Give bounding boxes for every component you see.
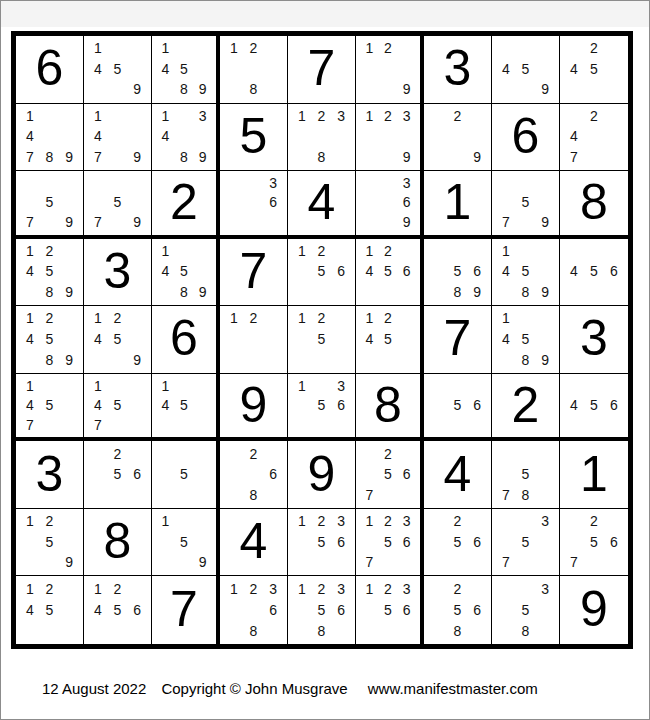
candidate-digit: 4 xyxy=(360,329,379,350)
pencil-marks: 128 xyxy=(220,36,287,103)
candidate-digit: 8 xyxy=(40,282,60,303)
pencil-marks: 256 xyxy=(84,441,151,508)
candidate-digit: 6 xyxy=(397,464,416,485)
candidate-digit: 4 xyxy=(496,329,516,350)
candidate-digit: 7 xyxy=(20,212,40,232)
solved-digit: 3 xyxy=(444,43,472,93)
cell-r4c8: 14589 xyxy=(492,239,560,307)
candidate-digit: 6 xyxy=(263,599,283,620)
candidate-digit: 5 xyxy=(379,531,398,552)
candidate-digit: 7 xyxy=(564,147,584,168)
candidate-digit: 2 xyxy=(40,241,60,262)
candidate-digit: 9 xyxy=(193,552,212,573)
candidate-digit: 5 xyxy=(175,464,194,485)
pencil-marks: 1356 xyxy=(288,374,355,438)
cell-r6c4: 9 xyxy=(220,374,288,442)
cell-r2c3: 13489 xyxy=(152,104,220,172)
candidate-digit: 9 xyxy=(535,282,555,303)
pencil-marks: 1457 xyxy=(84,374,151,438)
candidate-digit: 6 xyxy=(127,599,147,620)
candidate-digit: 5 xyxy=(584,531,604,552)
cell-r5c7: 7 xyxy=(424,306,492,374)
cell-r3c9: 8 xyxy=(560,171,628,239)
candidate-digit: 2 xyxy=(448,106,468,127)
pencil-marks: 36 xyxy=(220,171,287,235)
pencil-marks: 129 xyxy=(356,36,420,103)
candidate-digit: 4 xyxy=(564,395,584,415)
candidate-digit: 9 xyxy=(193,79,212,100)
pencil-marks: 5 xyxy=(152,441,216,508)
pencil-marks: 14789 xyxy=(16,104,83,171)
candidate-digit: 2 xyxy=(584,106,604,127)
candidate-digit: 4 xyxy=(156,395,175,415)
candidate-digit: 5 xyxy=(312,261,332,282)
cell-r4c1: 124589 xyxy=(16,239,84,307)
candidate-digit: 5 xyxy=(516,599,536,620)
cell-r7c5: 9 xyxy=(288,441,356,509)
cell-r4c6: 12456 xyxy=(356,239,424,307)
candidate-digit: 2 xyxy=(448,511,468,532)
candidate-digit: 1 xyxy=(496,241,516,262)
candidate-digit: 5 xyxy=(40,599,60,620)
solved-digit: 4 xyxy=(240,516,268,566)
cell-r9c5: 123568 xyxy=(288,576,356,644)
candidate-digit: 5 xyxy=(448,395,468,415)
candidate-digit: 1 xyxy=(88,308,108,329)
candidate-digit: 7 xyxy=(564,552,584,573)
candidate-digit: 8 xyxy=(312,147,332,168)
cell-r5c9: 3 xyxy=(560,306,628,374)
candidate-digit: 5 xyxy=(516,464,536,485)
candidate-digit: 2 xyxy=(244,308,264,329)
candidate-digit: 4 xyxy=(88,59,108,80)
pencil-marks: 268 xyxy=(220,441,287,508)
candidate-digit: 1 xyxy=(88,38,108,59)
solved-digit: 2 xyxy=(512,380,540,430)
candidate-digit: 2 xyxy=(379,106,398,127)
cell-r9c2: 12456 xyxy=(84,576,152,644)
pencil-marks: 1459 xyxy=(84,36,151,103)
pencil-marks: 369 xyxy=(356,171,420,235)
candidate-digit: 3 xyxy=(331,578,351,599)
candidate-digit: 5 xyxy=(516,531,536,552)
candidate-digit: 1 xyxy=(360,511,379,532)
candidate-digit: 3 xyxy=(263,578,283,599)
candidate-digit: 6 xyxy=(263,464,283,485)
candidate-digit: 5 xyxy=(40,329,60,350)
candidate-digit: 1 xyxy=(360,106,379,127)
candidate-digit: 1 xyxy=(156,511,175,532)
candidate-digit: 5 xyxy=(379,261,398,282)
cell-r7c6: 2567 xyxy=(356,441,424,509)
candidate-digit: 2 xyxy=(312,308,332,329)
cell-r1c5: 7 xyxy=(288,36,356,104)
candidate-digit: 3 xyxy=(331,106,351,127)
candidate-digit: 1 xyxy=(20,376,40,396)
candidate-digit: 6 xyxy=(263,193,283,213)
candidate-digit: 6 xyxy=(467,531,487,552)
candidate-digit: 5 xyxy=(379,464,398,485)
solved-digit: 8 xyxy=(580,177,608,227)
candidate-digit: 2 xyxy=(584,38,604,59)
candidate-digit: 3 xyxy=(263,173,283,193)
candidate-digit: 1 xyxy=(496,308,516,329)
candidate-digit: 6 xyxy=(467,599,487,620)
pencil-marks: 12456 xyxy=(356,239,420,306)
candidate-digit: 1 xyxy=(88,106,108,127)
cell-r4c4: 7 xyxy=(220,239,288,307)
candidate-digit: 9 xyxy=(535,349,555,370)
cell-r1c2: 1459 xyxy=(84,36,152,104)
candidate-digit: 2 xyxy=(244,443,264,464)
candidate-digit: 9 xyxy=(193,282,212,303)
candidate-digit: 5 xyxy=(175,261,194,282)
candidate-digit: 8 xyxy=(448,620,468,641)
candidate-digit: 4 xyxy=(20,395,40,415)
candidate-digit: 5 xyxy=(584,261,604,282)
candidate-digit: 7 xyxy=(360,484,379,505)
candidate-digit: 4 xyxy=(88,599,108,620)
pencil-marks: 1245 xyxy=(16,576,83,644)
candidate-digit: 7 xyxy=(88,147,108,168)
candidate-digit: 2 xyxy=(40,308,60,329)
cell-r1c8: 459 xyxy=(492,36,560,104)
pencil-marks: 357 xyxy=(492,509,559,576)
candidate-digit: 6 xyxy=(331,261,351,282)
candidate-digit: 2 xyxy=(312,241,332,262)
candidate-digit: 6 xyxy=(397,599,416,620)
pencil-marks: 12456 xyxy=(84,576,151,644)
pencil-marks: 1245 xyxy=(356,306,420,373)
pencil-marks: 12356 xyxy=(288,509,355,576)
candidate-digit: 5 xyxy=(108,395,128,415)
candidate-digit: 7 xyxy=(88,212,108,232)
pencil-marks: 14589 xyxy=(152,239,216,306)
solved-digit: 9 xyxy=(308,449,336,499)
cell-r9c3: 7 xyxy=(152,576,220,644)
candidate-digit: 2 xyxy=(108,443,128,464)
footer-website: www.manifestmaster.com xyxy=(368,680,538,697)
candidate-digit: 6 xyxy=(467,261,487,282)
candidate-digit: 1 xyxy=(156,376,175,396)
pencil-marks: 1256 xyxy=(288,239,355,306)
cell-r2c5: 1238 xyxy=(288,104,356,172)
candidate-digit: 4 xyxy=(20,329,40,350)
pencil-marks: 1259 xyxy=(16,509,83,576)
candidate-digit: 9 xyxy=(535,212,555,232)
candidate-digit: 9 xyxy=(535,79,555,100)
cell-r9c9: 9 xyxy=(560,576,628,644)
candidate-digit: 4 xyxy=(156,261,175,282)
candidate-digit: 1 xyxy=(20,308,40,329)
cell-r1c1: 6 xyxy=(16,36,84,104)
cell-r9c1: 1245 xyxy=(16,576,84,644)
candidate-digit: 1 xyxy=(20,511,40,532)
candidate-digit: 8 xyxy=(516,620,536,641)
candidate-digit: 6 xyxy=(467,395,487,415)
cell-r6c1: 1457 xyxy=(16,374,84,442)
pencil-marks: 1479 xyxy=(84,104,151,171)
candidate-digit: 6 xyxy=(331,395,351,415)
pencil-marks: 456 xyxy=(560,374,628,438)
solved-digit: 1 xyxy=(444,177,472,227)
solved-digit: 8 xyxy=(104,516,132,566)
candidate-digit: 2 xyxy=(244,578,264,599)
candidate-digit: 1 xyxy=(156,38,175,59)
candidate-digit: 6 xyxy=(331,531,351,552)
candidate-digit: 2 xyxy=(379,443,398,464)
candidate-digit: 2 xyxy=(379,308,398,329)
pencil-marks: 12368 xyxy=(220,576,287,644)
candidate-digit: 4 xyxy=(156,126,175,147)
pencil-marks: 14589 xyxy=(152,36,216,103)
candidate-digit: 3 xyxy=(193,106,212,127)
candidate-digit: 8 xyxy=(516,282,536,303)
solved-digit: 9 xyxy=(240,380,268,430)
solved-digit: 7 xyxy=(170,584,198,634)
solved-digit: 7 xyxy=(308,43,336,93)
candidate-digit: 6 xyxy=(397,531,416,552)
candidate-digit: 9 xyxy=(467,147,487,168)
candidate-digit: 1 xyxy=(292,241,312,262)
cell-r4c9: 456 xyxy=(560,239,628,307)
candidate-digit: 5 xyxy=(379,329,398,350)
candidate-digit: 3 xyxy=(397,578,416,599)
pencil-marks: 1239 xyxy=(356,104,420,171)
cell-r9c8: 358 xyxy=(492,576,560,644)
pencil-marks: 56 xyxy=(424,374,491,438)
candidate-digit: 1 xyxy=(88,376,108,396)
cell-r7c3: 5 xyxy=(152,441,220,509)
cell-r5c5: 125 xyxy=(288,306,356,374)
candidate-digit: 9 xyxy=(193,147,212,168)
candidate-digit: 5 xyxy=(516,193,536,213)
candidate-digit: 7 xyxy=(496,552,516,573)
candidate-digit: 5 xyxy=(40,261,60,282)
pencil-marks: 579 xyxy=(492,171,559,235)
candidate-digit: 6 xyxy=(604,531,624,552)
candidate-digit: 8 xyxy=(448,282,468,303)
candidate-digit: 9 xyxy=(397,79,416,100)
candidate-digit: 5 xyxy=(584,395,604,415)
solved-digit: 7 xyxy=(240,246,268,296)
pencil-marks: 459 xyxy=(492,36,559,103)
pencil-marks: 579 xyxy=(84,171,151,235)
candidate-digit: 4 xyxy=(88,395,108,415)
candidate-digit: 2 xyxy=(108,578,128,599)
candidate-digit: 1 xyxy=(292,511,312,532)
candidate-digit: 1 xyxy=(292,106,312,127)
cell-r6c5: 1356 xyxy=(288,374,356,442)
candidate-digit: 5 xyxy=(312,395,332,415)
candidate-digit: 2 xyxy=(379,511,398,532)
pencil-marks: 2567 xyxy=(356,441,420,508)
cell-r5c4: 12 xyxy=(220,306,288,374)
candidate-digit: 1 xyxy=(360,308,379,329)
candidate-digit: 5 xyxy=(312,531,332,552)
candidate-digit: 9 xyxy=(397,147,416,168)
candidate-digit: 5 xyxy=(584,59,604,80)
candidate-digit: 4 xyxy=(156,59,175,80)
cell-r5c2: 12459 xyxy=(84,306,152,374)
candidate-digit: 1 xyxy=(224,578,244,599)
cell-r1c7: 3 xyxy=(424,36,492,104)
candidate-digit: 3 xyxy=(397,173,416,193)
cell-r3c4: 36 xyxy=(220,171,288,239)
cell-r8c1: 1259 xyxy=(16,509,84,577)
solved-digit: 7 xyxy=(444,313,472,363)
candidate-digit: 5 xyxy=(108,193,128,213)
pencil-marks: 124589 xyxy=(16,306,83,373)
footer-date: 12 August 2022 xyxy=(42,680,146,697)
pencil-marks: 247 xyxy=(560,104,628,171)
cell-r8c9: 2567 xyxy=(560,509,628,577)
candidate-digit: 1 xyxy=(360,578,379,599)
cell-r1c9: 245 xyxy=(560,36,628,104)
candidate-digit: 8 xyxy=(175,282,194,303)
candidate-digit: 5 xyxy=(40,193,60,213)
cell-r7c9: 1 xyxy=(560,441,628,509)
footer: 12 August 2022 Copyright © John Musgrave… xyxy=(42,680,538,697)
candidate-digit: 2 xyxy=(244,38,264,59)
cell-r9c6: 12356 xyxy=(356,576,424,644)
candidate-digit: 8 xyxy=(244,484,264,505)
footer-copyright: Copyright © John Musgrave xyxy=(161,680,347,697)
cell-r3c3: 2 xyxy=(152,171,220,239)
candidate-digit: 1 xyxy=(224,38,244,59)
candidate-digit: 6 xyxy=(127,464,147,485)
candidate-digit: 2 xyxy=(584,511,604,532)
candidate-digit: 1 xyxy=(292,578,312,599)
candidate-digit: 3 xyxy=(535,578,555,599)
pencil-marks: 456 xyxy=(560,239,628,306)
candidate-digit: 9 xyxy=(127,79,147,100)
candidate-digit: 2 xyxy=(108,308,128,329)
candidate-digit: 6 xyxy=(331,599,351,620)
candidate-digit: 8 xyxy=(40,349,60,370)
candidate-digit: 5 xyxy=(448,531,468,552)
candidate-digit: 7 xyxy=(360,552,379,573)
pencil-marks: 12356 xyxy=(356,576,420,644)
solved-digit: 3 xyxy=(580,313,608,363)
candidate-digit: 9 xyxy=(127,212,147,232)
pencil-marks: 159 xyxy=(152,509,216,576)
candidate-digit: 3 xyxy=(397,106,416,127)
cell-r5c1: 124589 xyxy=(16,306,84,374)
candidate-digit: 5 xyxy=(40,395,60,415)
candidate-digit: 6 xyxy=(604,395,624,415)
cell-r1c3: 14589 xyxy=(152,36,220,104)
solved-digit: 3 xyxy=(36,449,64,499)
candidate-digit: 8 xyxy=(312,620,332,641)
pencil-marks: 245 xyxy=(560,36,628,103)
candidate-digit: 8 xyxy=(175,147,194,168)
cell-r9c7: 2568 xyxy=(424,576,492,644)
pencil-marks: 2567 xyxy=(560,509,628,576)
cell-r8c8: 357 xyxy=(492,509,560,577)
candidate-digit: 5 xyxy=(175,59,194,80)
cell-r5c6: 1245 xyxy=(356,306,424,374)
candidate-digit: 1 xyxy=(360,241,379,262)
cell-r2c4: 5 xyxy=(220,104,288,172)
candidate-digit: 3 xyxy=(331,511,351,532)
candidate-digit: 5 xyxy=(516,261,536,282)
candidate-digit: 2 xyxy=(312,578,332,599)
candidate-digit: 3 xyxy=(397,511,416,532)
candidate-digit: 1 xyxy=(156,241,175,262)
candidate-digit: 7 xyxy=(88,415,108,435)
candidate-digit: 1 xyxy=(20,106,40,127)
candidate-digit: 4 xyxy=(360,261,379,282)
candidate-digit: 4 xyxy=(564,126,584,147)
candidate-digit: 2 xyxy=(448,578,468,599)
pencil-marks: 14589 xyxy=(492,306,559,373)
cell-r6c8: 2 xyxy=(492,374,560,442)
candidate-digit: 7 xyxy=(496,212,516,232)
pencil-marks: 12 xyxy=(220,306,287,373)
cell-r3c8: 579 xyxy=(492,171,560,239)
cell-r7c7: 4 xyxy=(424,441,492,509)
candidate-digit: 5 xyxy=(40,531,60,552)
candidate-digit: 1 xyxy=(292,376,312,396)
candidate-digit: 5 xyxy=(312,599,332,620)
cell-r4c7: 5689 xyxy=(424,239,492,307)
cell-r8c7: 256 xyxy=(424,509,492,577)
candidate-digit: 2 xyxy=(40,511,60,532)
cell-r8c3: 159 xyxy=(152,509,220,577)
cell-r4c3: 14589 xyxy=(152,239,220,307)
candidate-digit: 4 xyxy=(88,126,108,147)
candidate-digit: 4 xyxy=(20,261,40,282)
candidate-digit: 1 xyxy=(292,308,312,329)
candidate-digit: 3 xyxy=(535,511,555,532)
solved-digit: 2 xyxy=(170,177,198,227)
candidate-digit: 5 xyxy=(108,464,128,485)
candidate-digit: 5 xyxy=(448,599,468,620)
candidate-digit: 5 xyxy=(516,59,536,80)
pencil-marks: 125 xyxy=(288,306,355,373)
cell-r2c9: 247 xyxy=(560,104,628,172)
candidate-digit: 8 xyxy=(40,147,60,168)
candidate-digit: 5 xyxy=(448,261,468,282)
candidate-digit: 8 xyxy=(516,484,536,505)
solved-digit: 4 xyxy=(308,177,336,227)
candidate-digit: 6 xyxy=(397,193,416,213)
candidate-digit: 5 xyxy=(379,599,398,620)
pencil-marks: 145 xyxy=(152,374,216,438)
candidate-digit: 3 xyxy=(331,376,351,396)
cell-r8c4: 4 xyxy=(220,509,288,577)
candidate-digit: 9 xyxy=(467,282,487,303)
solved-digit: 6 xyxy=(512,111,540,161)
cell-r6c9: 456 xyxy=(560,374,628,442)
candidate-digit: 5 xyxy=(108,329,128,350)
solved-digit: 8 xyxy=(374,380,402,430)
candidate-digit: 4 xyxy=(564,261,584,282)
candidate-digit: 4 xyxy=(564,59,584,80)
candidate-digit: 2 xyxy=(379,241,398,262)
candidate-digit: 1 xyxy=(20,241,40,262)
candidate-digit: 5 xyxy=(175,531,194,552)
candidate-digit: 9 xyxy=(127,349,147,370)
pencil-marks: 1457 xyxy=(16,374,83,438)
candidate-digit: 9 xyxy=(59,147,79,168)
cell-r3c6: 369 xyxy=(356,171,424,239)
candidate-digit: 9 xyxy=(59,282,79,303)
candidate-digit: 8 xyxy=(244,620,264,641)
candidate-digit: 7 xyxy=(20,147,40,168)
cell-r5c8: 14589 xyxy=(492,306,560,374)
